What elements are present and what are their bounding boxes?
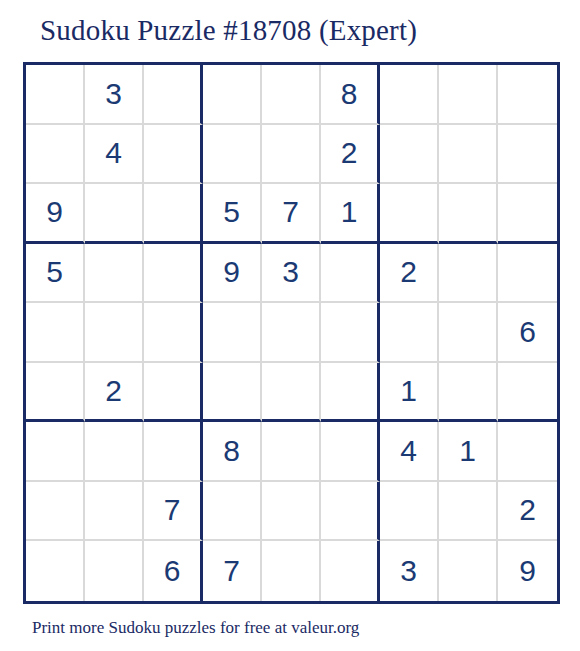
cell-r4c9 xyxy=(498,244,557,304)
cell-r4c7: 2 xyxy=(380,244,439,304)
cell-r2c2: 4 xyxy=(85,125,144,185)
cell-r3c7 xyxy=(380,184,439,244)
cell-r6c8 xyxy=(439,363,498,423)
cell-r1c7 xyxy=(380,65,439,125)
cell-r9c4: 7 xyxy=(203,541,262,601)
cell-r9c2 xyxy=(85,541,144,601)
cell-r9c1 xyxy=(26,541,85,601)
cell-r5c9: 6 xyxy=(498,303,557,363)
cell-r7c3 xyxy=(144,422,203,482)
cell-r8c3: 7 xyxy=(144,482,203,542)
cell-r7c2 xyxy=(85,422,144,482)
cell-r3c5: 7 xyxy=(262,184,321,244)
cell-r4c8 xyxy=(439,244,498,304)
cell-r5c7 xyxy=(380,303,439,363)
sudoku-board: 384295715932621841726739 xyxy=(23,62,560,604)
cell-r4c6 xyxy=(321,244,380,304)
cell-r1c8 xyxy=(439,65,498,125)
cell-r9c6 xyxy=(321,541,380,601)
cell-r8c1 xyxy=(26,482,85,542)
cell-r7c5 xyxy=(262,422,321,482)
cell-r5c5 xyxy=(262,303,321,363)
cell-r4c5: 3 xyxy=(262,244,321,304)
page-title: Sudoku Puzzle #18708 (Expert) xyxy=(40,14,417,47)
cell-r3c4: 5 xyxy=(203,184,262,244)
footer-text: Print more Sudoku puzzles for free at va… xyxy=(32,618,359,638)
cell-r8c2 xyxy=(85,482,144,542)
cell-r8c6 xyxy=(321,482,380,542)
cell-r8c8 xyxy=(439,482,498,542)
cell-r1c1 xyxy=(26,65,85,125)
cell-r6c5 xyxy=(262,363,321,423)
cell-r6c3 xyxy=(144,363,203,423)
cell-r5c4 xyxy=(203,303,262,363)
cell-r6c6 xyxy=(321,363,380,423)
cell-r7c8: 1 xyxy=(439,422,498,482)
cell-r1c6: 8 xyxy=(321,65,380,125)
cell-r5c3 xyxy=(144,303,203,363)
cell-r2c4 xyxy=(203,125,262,185)
cell-r9c3: 6 xyxy=(144,541,203,601)
cell-r3c3 xyxy=(144,184,203,244)
cell-r4c2 xyxy=(85,244,144,304)
cell-r7c4: 8 xyxy=(203,422,262,482)
cell-r5c8 xyxy=(439,303,498,363)
cell-r5c2 xyxy=(85,303,144,363)
cell-r7c1 xyxy=(26,422,85,482)
cell-r4c1: 5 xyxy=(26,244,85,304)
cell-r2c6: 2 xyxy=(321,125,380,185)
cell-r9c5 xyxy=(262,541,321,601)
cell-r6c4 xyxy=(203,363,262,423)
cell-r1c3 xyxy=(144,65,203,125)
cell-r1c2: 3 xyxy=(85,65,144,125)
cell-r3c6: 1 xyxy=(321,184,380,244)
cell-r3c8 xyxy=(439,184,498,244)
cell-r9c9: 9 xyxy=(498,541,557,601)
cell-r2c9 xyxy=(498,125,557,185)
cell-r2c1 xyxy=(26,125,85,185)
cell-r1c9 xyxy=(498,65,557,125)
cell-r9c8 xyxy=(439,541,498,601)
cell-r6c1 xyxy=(26,363,85,423)
cell-r4c3 xyxy=(144,244,203,304)
cell-r1c5 xyxy=(262,65,321,125)
cell-r8c9: 2 xyxy=(498,482,557,542)
cell-r5c6 xyxy=(321,303,380,363)
cell-r2c3 xyxy=(144,125,203,185)
cell-r8c4 xyxy=(203,482,262,542)
cell-r2c8 xyxy=(439,125,498,185)
cell-r7c9 xyxy=(498,422,557,482)
cell-r3c2 xyxy=(85,184,144,244)
cell-r1c4 xyxy=(203,65,262,125)
cell-r7c7: 4 xyxy=(380,422,439,482)
cell-r4c4: 9 xyxy=(203,244,262,304)
cell-r3c1: 9 xyxy=(26,184,85,244)
cell-r8c7 xyxy=(380,482,439,542)
cell-r6c2: 2 xyxy=(85,363,144,423)
cell-r3c9 xyxy=(498,184,557,244)
cell-r2c7 xyxy=(380,125,439,185)
cell-r5c1 xyxy=(26,303,85,363)
cell-r2c5 xyxy=(262,125,321,185)
cell-r6c7: 1 xyxy=(380,363,439,423)
cell-r6c9 xyxy=(498,363,557,423)
cell-r9c7: 3 xyxy=(380,541,439,601)
cell-r8c5 xyxy=(262,482,321,542)
cell-r7c6 xyxy=(321,422,380,482)
